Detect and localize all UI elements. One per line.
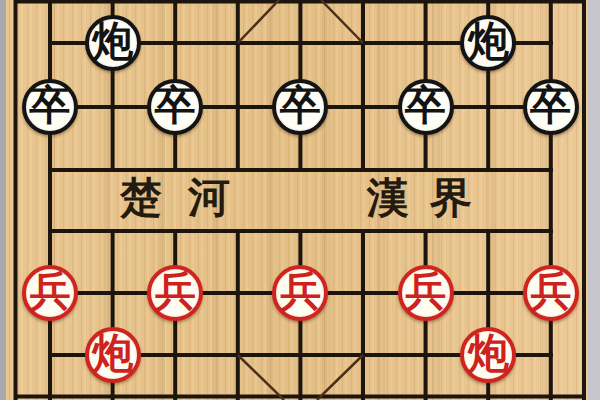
right-margin [588,0,600,400]
piece-black-soldier[interactable]: 卒 [398,79,454,135]
piece-black-soldier[interactable]: 卒 [272,79,328,135]
xiangqi-board[interactable]: 楚 河 漢 界 炮炮卒卒卒卒卒兵兵兵兵兵炮炮 [0,0,600,400]
piece-glyph: 炮 [92,21,133,62]
piece-glyph: 卒 [405,85,446,126]
piece-glyph: 卒 [530,85,571,126]
piece-glyph: 炮 [92,333,133,374]
piece-red-soldier[interactable]: 兵 [523,265,579,321]
piece-glyph: 兵 [30,271,71,312]
piece-glyph: 兵 [530,271,571,312]
piece-red-soldier[interactable]: 兵 [272,265,328,321]
piece-red-cannon[interactable]: 炮 [85,327,141,383]
piece-black-cannon[interactable]: 炮 [460,15,516,71]
pieces-layer: 炮炮卒卒卒卒卒兵兵兵兵兵炮炮 [0,0,600,400]
piece-glyph: 炮 [468,333,509,374]
piece-glyph: 炮 [468,21,509,62]
piece-glyph: 兵 [155,271,196,312]
left-margin [0,0,6,400]
piece-glyph: 兵 [280,271,321,312]
piece-glyph: 卒 [30,85,71,126]
piece-red-cannon[interactable]: 炮 [460,327,516,383]
piece-glyph: 卒 [155,85,196,126]
piece-black-cannon[interactable]: 炮 [85,15,141,71]
piece-black-soldier[interactable]: 卒 [147,79,203,135]
piece-red-soldier[interactable]: 兵 [398,265,454,321]
piece-glyph: 兵 [405,271,446,312]
piece-glyph: 卒 [280,85,321,126]
piece-red-soldier[interactable]: 兵 [147,265,203,321]
piece-red-soldier[interactable]: 兵 [22,265,78,321]
app-background: 楚 河 漢 界 炮炮卒卒卒卒卒兵兵兵兵兵炮炮 [0,0,600,400]
piece-black-soldier[interactable]: 卒 [523,79,579,135]
piece-black-soldier[interactable]: 卒 [22,79,78,135]
